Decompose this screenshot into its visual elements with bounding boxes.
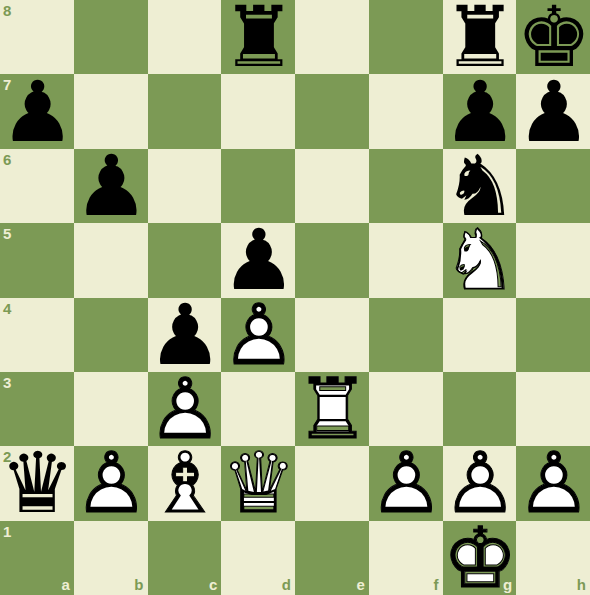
piece-white-bishop[interactable]: ♝♗ bbox=[148, 446, 222, 520]
white-piece-outline-glyph: ♙ bbox=[74, 446, 149, 520]
square-h5[interactable] bbox=[516, 223, 590, 297]
square-g1[interactable]: g♚♔ bbox=[443, 521, 517, 595]
square-f8[interactable] bbox=[369, 0, 443, 74]
piece-black-rook[interactable]: ♜ bbox=[221, 0, 295, 74]
black-piece-glyph: ♟ bbox=[516, 75, 590, 149]
rank-label-4: 4 bbox=[3, 301, 11, 316]
square-e7[interactable] bbox=[295, 74, 369, 148]
square-g5[interactable]: ♞♘ bbox=[443, 223, 517, 297]
square-f4[interactable] bbox=[369, 298, 443, 372]
square-d2[interactable]: ♛♕ bbox=[221, 446, 295, 520]
rank-label-5: 5 bbox=[3, 226, 11, 241]
black-piece-glyph: ♜ bbox=[221, 0, 296, 74]
square-c8[interactable] bbox=[148, 0, 222, 74]
white-piece-outline-glyph: ♙ bbox=[369, 446, 444, 520]
square-d8[interactable]: ♜ bbox=[221, 0, 295, 74]
piece-white-pawn[interactable]: ♟♙ bbox=[221, 298, 295, 372]
square-b6[interactable]: ♟ bbox=[74, 149, 148, 223]
piece-white-pawn[interactable]: ♟♙ bbox=[369, 446, 443, 520]
piece-black-queen[interactable]: ♛ bbox=[0, 446, 74, 520]
rank-label-8: 8 bbox=[3, 3, 11, 18]
square-a7[interactable]: 7♟ bbox=[0, 74, 74, 148]
square-b2[interactable]: ♟♙ bbox=[74, 446, 148, 520]
square-c7[interactable] bbox=[148, 74, 222, 148]
square-d4[interactable]: ♟♙ bbox=[221, 298, 295, 372]
piece-black-pawn[interactable]: ♟ bbox=[0, 74, 74, 148]
white-piece-outline-glyph: ♖ bbox=[295, 372, 370, 446]
square-a2[interactable]: 2♛ bbox=[0, 446, 74, 520]
square-f6[interactable] bbox=[369, 149, 443, 223]
square-f2[interactable]: ♟♙ bbox=[369, 446, 443, 520]
file-label-h: h bbox=[577, 577, 586, 592]
square-b8[interactable] bbox=[74, 0, 148, 74]
file-label-d: d bbox=[282, 577, 291, 592]
square-h2[interactable]: ♟♙ bbox=[516, 446, 590, 520]
black-piece-glyph: ♛ bbox=[0, 446, 75, 520]
white-piece-outline-glyph: ♔ bbox=[443, 521, 518, 595]
white-piece-outline-glyph: ♘ bbox=[443, 223, 518, 297]
square-e1[interactable]: e bbox=[295, 521, 369, 595]
white-piece-outline-glyph: ♕ bbox=[221, 446, 296, 520]
piece-white-pawn[interactable]: ♟♙ bbox=[74, 446, 148, 520]
square-e8[interactable] bbox=[295, 0, 369, 74]
piece-white-king[interactable]: ♚♔ bbox=[443, 521, 517, 595]
square-b4[interactable] bbox=[74, 298, 148, 372]
white-piece-outline-glyph: ♗ bbox=[148, 446, 223, 520]
square-h4[interactable] bbox=[516, 298, 590, 372]
black-piece-glyph: ♟ bbox=[74, 149, 149, 223]
white-piece-outline-glyph: ♙ bbox=[221, 298, 296, 372]
white-piece-outline-glyph: ♙ bbox=[516, 446, 590, 520]
black-piece-glyph: ♟ bbox=[0, 75, 75, 149]
chess-board: 8♜♜♚7♟♟♟6♟♞5♟♞♘4♟♟♙3♟♙♜♖2♛♟♙♝♗♛♕♟♙♟♙♟♙1a… bbox=[0, 0, 590, 595]
piece-white-rook[interactable]: ♜♖ bbox=[295, 372, 369, 446]
piece-white-pawn[interactable]: ♟♙ bbox=[516, 446, 590, 520]
file-label-f: f bbox=[434, 577, 439, 592]
square-e3[interactable]: ♜♖ bbox=[295, 372, 369, 446]
square-e6[interactable] bbox=[295, 149, 369, 223]
piece-white-queen[interactable]: ♛♕ bbox=[221, 446, 295, 520]
square-f5[interactable] bbox=[369, 223, 443, 297]
piece-black-pawn[interactable]: ♟ bbox=[516, 74, 590, 148]
piece-black-pawn[interactable]: ♟ bbox=[74, 149, 148, 223]
rank-label-3: 3 bbox=[3, 375, 11, 390]
square-h7[interactable]: ♟ bbox=[516, 74, 590, 148]
square-c6[interactable] bbox=[148, 149, 222, 223]
file-label-e: e bbox=[356, 577, 364, 592]
square-c2[interactable]: ♝♗ bbox=[148, 446, 222, 520]
square-a5[interactable]: 5 bbox=[0, 223, 74, 297]
piece-white-knight[interactable]: ♞♘ bbox=[443, 223, 517, 297]
square-f7[interactable] bbox=[369, 74, 443, 148]
file-label-b: b bbox=[134, 577, 143, 592]
file-label-c: c bbox=[209, 577, 217, 592]
file-label-a: a bbox=[61, 577, 69, 592]
square-a4[interactable]: 4 bbox=[0, 298, 74, 372]
square-e5[interactable] bbox=[295, 223, 369, 297]
